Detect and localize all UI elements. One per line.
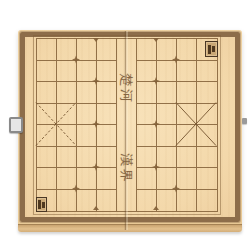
board-cell bbox=[57, 104, 77, 126]
board-grid bbox=[36, 38, 218, 212]
board-cell bbox=[177, 82, 197, 104]
board-cell bbox=[77, 125, 97, 147]
board-cell bbox=[177, 168, 197, 190]
board-cell bbox=[57, 61, 77, 83]
board-cell bbox=[157, 168, 177, 190]
board-cell bbox=[77, 82, 97, 104]
board-cell bbox=[57, 168, 77, 190]
board-cell bbox=[37, 82, 57, 104]
board-cell bbox=[157, 39, 177, 61]
board-cell bbox=[97, 147, 117, 169]
board-cell bbox=[37, 147, 57, 169]
board-cell bbox=[137, 39, 157, 61]
board-cell bbox=[37, 125, 57, 147]
board-cell bbox=[117, 125, 137, 147]
board-cell bbox=[57, 39, 77, 61]
board-cell bbox=[37, 39, 57, 61]
board-cell bbox=[177, 61, 197, 83]
board-cell bbox=[177, 39, 197, 61]
board-cell bbox=[97, 82, 117, 104]
board-cell bbox=[157, 104, 177, 126]
board-cell bbox=[57, 82, 77, 104]
board-cell bbox=[97, 61, 117, 83]
board-cell bbox=[57, 125, 77, 147]
board-cell bbox=[137, 168, 157, 190]
board-cell bbox=[37, 168, 57, 190]
board-cell bbox=[37, 104, 57, 126]
maker-seal-top-right bbox=[205, 41, 218, 57]
board-cell bbox=[137, 82, 157, 104]
board-cell bbox=[177, 147, 197, 169]
board-cell bbox=[117, 39, 137, 61]
board-cell bbox=[97, 168, 117, 190]
maker-seal-bottom-left bbox=[36, 197, 47, 212]
river-inscription-chu: 楚河 bbox=[117, 73, 135, 105]
board-cell bbox=[77, 39, 97, 61]
board-cell bbox=[177, 104, 197, 126]
board-cell bbox=[77, 61, 97, 83]
board-cell bbox=[117, 104, 137, 126]
board-cell bbox=[77, 104, 97, 126]
folding-clasp-left bbox=[9, 117, 23, 133]
board-cell bbox=[57, 147, 77, 169]
board-cell bbox=[157, 125, 177, 147]
board-cell bbox=[197, 147, 217, 169]
board-cell bbox=[97, 125, 117, 147]
latch-pin-right bbox=[242, 118, 247, 124]
board-cell bbox=[197, 61, 217, 83]
board-cell bbox=[157, 190, 177, 212]
board-cell bbox=[117, 190, 137, 212]
board-cell bbox=[77, 147, 97, 169]
board-cell bbox=[137, 104, 157, 126]
board-cell bbox=[137, 125, 157, 147]
board-cell bbox=[197, 125, 217, 147]
board-cell bbox=[177, 190, 197, 212]
board-cell bbox=[157, 147, 177, 169]
board-cell bbox=[197, 190, 217, 212]
board-cell bbox=[157, 61, 177, 83]
board-cell bbox=[177, 125, 197, 147]
board-cell bbox=[97, 39, 117, 61]
board-cell bbox=[137, 147, 157, 169]
board-cell bbox=[197, 168, 217, 190]
board-cell bbox=[57, 190, 77, 212]
board-cell bbox=[77, 190, 97, 212]
product-photo: 楚河 漢界 bbox=[0, 0, 250, 250]
board-cell bbox=[77, 168, 97, 190]
board-cell bbox=[137, 190, 157, 212]
board-side-edge bbox=[18, 224, 242, 232]
board-cell bbox=[197, 104, 217, 126]
board-cell bbox=[137, 61, 157, 83]
board-cell bbox=[97, 190, 117, 212]
board-cell bbox=[157, 82, 177, 104]
board-cell bbox=[197, 82, 217, 104]
board-cell bbox=[37, 61, 57, 83]
board-cell bbox=[97, 104, 117, 126]
river-inscription-han: 漢界 bbox=[117, 153, 135, 185]
